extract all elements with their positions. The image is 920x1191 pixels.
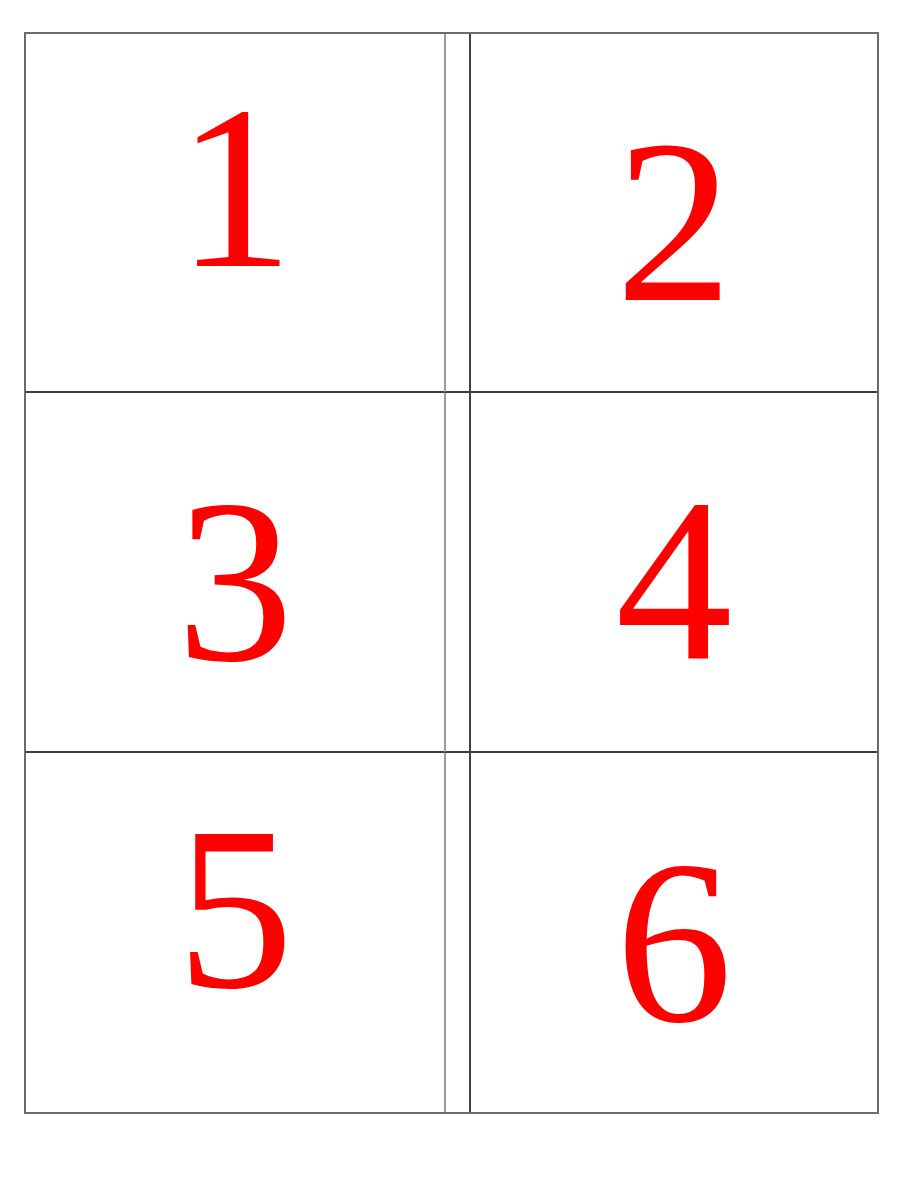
digit-3: 3	[177, 464, 294, 698]
digit-2: 2	[616, 104, 733, 338]
column-gutter	[444, 393, 471, 752]
card-3: 3	[26, 393, 444, 752]
card-5: 5	[26, 753, 444, 1112]
card-6: 6	[471, 753, 877, 1112]
card-1: 1	[26, 34, 444, 393]
digit-1: 1	[177, 70, 294, 304]
card-2: 2	[471, 34, 877, 393]
digit-6: 6	[616, 825, 733, 1059]
digit-5: 5	[177, 791, 294, 1025]
digit-4: 4	[616, 463, 733, 697]
flashcard-sheet: 1 2 3 4 5 6	[0, 0, 920, 1191]
column-gutter	[444, 753, 471, 1112]
column-gutter	[444, 34, 471, 393]
flashcard-grid: 1 2 3 4 5 6	[24, 32, 879, 1114]
card-4: 4	[471, 393, 877, 752]
